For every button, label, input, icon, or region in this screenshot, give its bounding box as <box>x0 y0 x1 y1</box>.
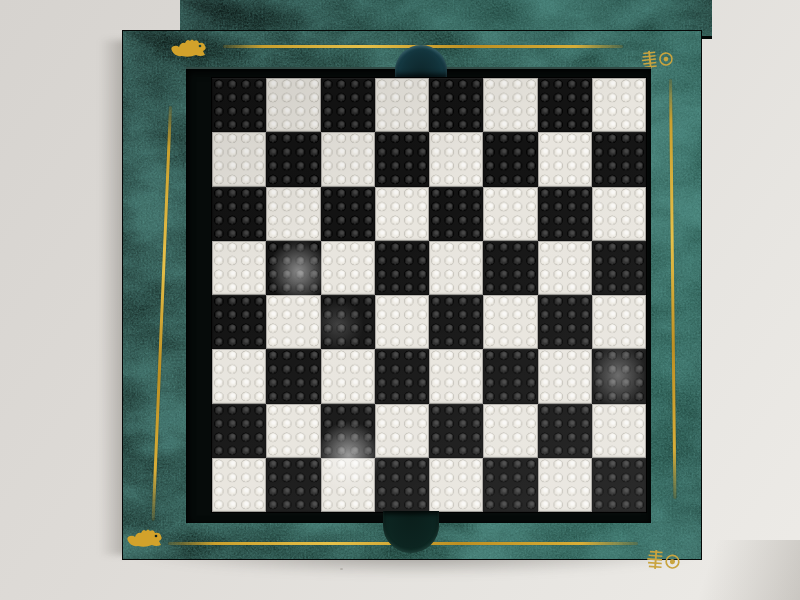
photo-scene <box>0 0 800 600</box>
square-f5 <box>483 241 537 295</box>
square-g6 <box>538 187 592 241</box>
square-e3 <box>429 349 483 403</box>
square-g3 <box>538 349 592 403</box>
square-e6 <box>429 187 483 241</box>
square-a8 <box>212 78 266 132</box>
square-e1 <box>429 458 483 512</box>
square-b6 <box>266 187 320 241</box>
square-f7 <box>483 132 537 186</box>
board-recess <box>186 67 651 523</box>
square-h2 <box>592 404 646 458</box>
square-d4 <box>375 295 429 349</box>
square-h6 <box>592 187 646 241</box>
square-f1 <box>483 458 537 512</box>
square-d2 <box>375 404 429 458</box>
square-h1 <box>592 458 646 512</box>
square-f3 <box>483 349 537 403</box>
square-a5 <box>212 241 266 295</box>
square-g5 <box>538 241 592 295</box>
square-d1 <box>375 458 429 512</box>
square-h7 <box>592 132 646 186</box>
square-e5 <box>429 241 483 295</box>
square-b5 <box>266 241 320 295</box>
square-c3 <box>321 349 375 403</box>
square-a3 <box>212 349 266 403</box>
square-a6 <box>212 187 266 241</box>
chess-board <box>211 77 647 513</box>
square-e8 <box>429 78 483 132</box>
square-g8 <box>538 78 592 132</box>
square-f8 <box>483 78 537 132</box>
finger-notch-bottom <box>383 511 439 553</box>
gold-lion-ornament-bottom-left-icon <box>125 525 165 549</box>
square-g2 <box>538 404 592 458</box>
square-a7 <box>212 132 266 186</box>
square-h4 <box>592 295 646 349</box>
board-frame <box>122 30 702 560</box>
square-f2 <box>483 404 537 458</box>
gold-pinstripe-left <box>152 106 172 521</box>
square-g4 <box>538 295 592 349</box>
square-b7 <box>266 132 320 186</box>
square-c2 <box>321 404 375 458</box>
square-d7 <box>375 132 429 186</box>
square-a4 <box>212 295 266 349</box>
square-g7 <box>538 132 592 186</box>
square-e7 <box>429 132 483 186</box>
square-a2 <box>212 404 266 458</box>
square-d6 <box>375 187 429 241</box>
square-d5 <box>375 241 429 295</box>
square-f4 <box>483 295 537 349</box>
square-b4 <box>266 295 320 349</box>
square-f6 <box>483 187 537 241</box>
square-h8 <box>592 78 646 132</box>
square-b2 <box>266 404 320 458</box>
square-h5 <box>592 241 646 295</box>
square-e2 <box>429 404 483 458</box>
square-a1 <box>212 458 266 512</box>
square-g1 <box>538 458 592 512</box>
finger-notch-top <box>395 45 447 77</box>
square-c1 <box>321 458 375 512</box>
square-b1 <box>266 458 320 512</box>
square-c8 <box>321 78 375 132</box>
square-d8 <box>375 78 429 132</box>
gold-lion-ornament-top-left-icon <box>169 35 209 59</box>
square-e4 <box>429 295 483 349</box>
square-c5 <box>321 241 375 295</box>
square-h3 <box>592 349 646 403</box>
gold-seal-ornament-bottom-right-icon <box>643 546 683 577</box>
square-d3 <box>375 349 429 403</box>
square-c6 <box>321 187 375 241</box>
dust-speck <box>340 568 343 570</box>
square-c4 <box>321 295 375 349</box>
square-b3 <box>266 349 320 403</box>
square-b8 <box>266 78 320 132</box>
square-c7 <box>321 132 375 186</box>
gold-pinstripe-right <box>669 79 676 499</box>
